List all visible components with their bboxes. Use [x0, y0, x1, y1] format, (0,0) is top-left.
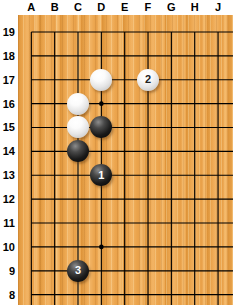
stone-move-number: 3: [75, 265, 81, 276]
row-label: 8: [0, 283, 16, 305]
stone-black-D13[interactable]: 1: [90, 164, 112, 186]
stone-white-D17[interactable]: [90, 69, 112, 91]
stone-black-C14[interactable]: [67, 140, 89, 162]
stone-move-number: 2: [145, 74, 151, 85]
row-label: 13: [0, 163, 16, 187]
column-label: F: [136, 0, 159, 15]
column-label: C: [66, 0, 89, 15]
column-label: J: [206, 0, 229, 15]
row-label: 15: [0, 116, 16, 140]
stones-layer: 213: [20, 20, 230, 305]
stone-white-F17[interactable]: 2: [137, 69, 159, 91]
row-label: 19: [0, 20, 16, 44]
stone-white-C15[interactable]: [67, 116, 89, 138]
stone-move-number: 1: [98, 170, 104, 181]
column-label: E: [113, 0, 136, 15]
column-label: B: [43, 0, 66, 15]
row-label: 12: [0, 187, 16, 211]
row-label: 17: [0, 68, 16, 92]
stone-black-C9[interactable]: 3: [67, 260, 89, 282]
stone-black-D15[interactable]: [90, 116, 112, 138]
stone-white-C16[interactable]: [67, 93, 89, 115]
go-board-panel: ABCDEFGHJ 1918171615141312111098 213: [0, 0, 233, 305]
column-label: A: [20, 0, 43, 15]
row-labels: 1918171615141312111098: [0, 20, 16, 305]
row-label: 11: [0, 211, 16, 235]
row-label: 10: [0, 235, 16, 259]
column-label: G: [160, 0, 183, 15]
column-labels: ABCDEFGHJ: [20, 0, 230, 15]
column-label: D: [90, 0, 113, 15]
row-label: 18: [0, 44, 16, 68]
row-label: 9: [0, 259, 16, 283]
row-label: 14: [0, 139, 16, 163]
column-label: H: [183, 0, 206, 15]
row-label: 16: [0, 92, 16, 116]
